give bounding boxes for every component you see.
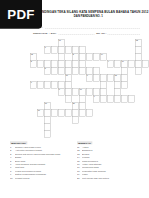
crossword-cell: 7 <box>30 81 37 88</box>
empty-cell <box>72 130 79 137</box>
empty-cell <box>86 60 93 67</box>
empty-cell <box>58 95 65 102</box>
empty-cell <box>30 74 37 81</box>
crossword-cell: 15 <box>114 74 121 81</box>
crossword-cell <box>58 67 65 74</box>
crossword-cell <box>44 109 51 116</box>
empty-cell <box>65 102 72 109</box>
empty-cell <box>128 46 135 53</box>
empty-cell <box>107 67 114 74</box>
crossword-cell: 18 <box>44 102 51 109</box>
empty-cell <box>37 74 44 81</box>
clue-number: 15 <box>115 75 117 77</box>
empty-cell <box>128 74 135 81</box>
empty-cell <box>128 109 135 116</box>
empty-cell <box>128 39 135 46</box>
empty-cell <box>100 123 107 130</box>
crossword-cell: 20 <box>72 102 79 109</box>
empty-cell <box>100 46 107 53</box>
crossword-cell: 12 <box>135 39 142 46</box>
crossword-cell <box>107 95 114 102</box>
crossword-cell <box>142 60 149 67</box>
crossword-cell <box>135 67 142 74</box>
empty-cell <box>93 60 100 67</box>
empty-cell <box>30 39 37 46</box>
empty-cell <box>128 123 135 130</box>
empty-cell <box>65 123 72 130</box>
empty-cell <box>86 95 93 102</box>
empty-cell <box>121 39 128 46</box>
pdf-badge-icon: PDF <box>0 0 42 29</box>
empty-cell <box>58 123 65 130</box>
name-row: NAMA : <box>33 25 142 28</box>
empty-cell <box>72 123 79 130</box>
crossword-cell: 10 <box>37 109 44 116</box>
clue-number: 1 <box>45 47 46 49</box>
empty-cell <box>100 116 107 123</box>
crossword-cell <box>58 53 65 60</box>
empty-cell <box>30 95 37 102</box>
crossword-cell: 16 <box>65 74 72 81</box>
down-heading: MENEGAK <box>77 141 92 144</box>
empty-cell <box>128 130 135 137</box>
empty-cell <box>114 53 121 60</box>
empty-cell <box>37 46 44 53</box>
empty-cell <box>135 74 142 81</box>
empty-cell <box>30 123 37 130</box>
crossword-cell <box>79 53 86 60</box>
clue-item-text: Unit ukuran bagi kain sutera <box>82 176 145 179</box>
class-label: TINGKATAN <box>33 31 47 34</box>
empty-cell <box>142 130 149 137</box>
crossword-cell <box>93 74 100 81</box>
empty-cell <box>86 46 93 53</box>
crossword-cell <box>72 109 79 116</box>
empty-cell <box>79 123 86 130</box>
page-subtitle: DAN PANDUAN NO. 1 <box>32 14 145 17</box>
pdf-badge-label: PDF <box>7 7 35 22</box>
empty-cell <box>121 102 128 109</box>
empty-cell <box>37 88 44 95</box>
empty-cell <box>107 81 114 88</box>
crossword-cell: 5 <box>44 67 51 74</box>
clue-number: 8 <box>59 89 60 91</box>
empty-cell <box>65 130 72 137</box>
empty-cell <box>107 130 114 137</box>
ic-label: NO. KP : <box>96 31 106 34</box>
crossword-cell <box>44 81 51 88</box>
empty-cell <box>121 116 128 123</box>
empty-cell <box>142 67 149 74</box>
empty-cell <box>142 53 149 60</box>
empty-cell <box>30 130 37 137</box>
crossword-cell <box>51 81 58 88</box>
empty-cell <box>86 102 93 109</box>
clue-number: 14 <box>101 54 103 56</box>
crossword-cell <box>93 88 100 95</box>
empty-cell <box>93 46 100 53</box>
empty-cell <box>65 39 72 46</box>
empty-cell <box>100 60 107 67</box>
empty-cell <box>30 109 37 116</box>
crossword-cell <box>79 109 86 116</box>
across-clues: MELINTANG 1.Nombor yang sudah cukup2.Ala… <box>10 141 74 179</box>
empty-cell <box>44 39 51 46</box>
empty-cell <box>128 88 135 95</box>
crossword-cell <box>93 67 100 74</box>
crossword-cell <box>72 67 79 74</box>
empty-cell <box>58 74 65 81</box>
empty-cell <box>114 39 121 46</box>
empty-cell <box>100 39 107 46</box>
crossword-cell <box>51 67 58 74</box>
crossword-cell <box>114 95 121 102</box>
empty-cell <box>86 39 93 46</box>
empty-cell <box>79 81 86 88</box>
crossword-cell <box>135 46 142 53</box>
crossword-cell: 4 <box>107 60 114 67</box>
empty-cell <box>135 102 142 109</box>
clue-number: 10 <box>38 110 40 112</box>
empty-cell <box>79 39 86 46</box>
crossword-cell <box>79 46 86 53</box>
empty-cell <box>51 53 58 60</box>
empty-cell <box>72 74 79 81</box>
crossword-cell <box>121 95 128 102</box>
empty-cell <box>30 116 37 123</box>
empty-cell <box>86 81 93 88</box>
crossword-cell <box>121 74 128 81</box>
empty-cell <box>37 67 44 74</box>
crossword-grid: 1112113214341951661578179182010 <box>30 39 149 137</box>
empty-cell <box>51 116 58 123</box>
empty-cell <box>135 88 142 95</box>
crossword-cell <box>44 130 51 137</box>
clue-number: 2 <box>73 54 74 56</box>
crossword-cell <box>51 60 58 67</box>
crossword-cell <box>79 67 86 74</box>
crossword-cell <box>79 60 86 67</box>
crossword-cell <box>58 81 65 88</box>
clue-number: 19 <box>122 61 124 63</box>
empty-cell <box>107 88 114 95</box>
empty-cell <box>128 102 135 109</box>
empty-cell <box>51 95 58 102</box>
empty-cell <box>142 81 149 88</box>
crossword-cell: 6 <box>86 74 93 81</box>
crossword-cell <box>72 88 79 95</box>
empty-cell <box>79 74 86 81</box>
empty-cell <box>37 116 44 123</box>
crossword-cell <box>114 88 121 95</box>
empty-cell <box>37 95 44 102</box>
empty-cell <box>37 102 44 109</box>
crossword-cell: 14 <box>100 53 107 60</box>
crossword-cell: 11 <box>58 39 65 46</box>
empty-cell <box>142 102 149 109</box>
crossword-cell <box>114 81 121 88</box>
empty-cell <box>128 116 135 123</box>
empty-cell <box>51 88 58 95</box>
crossword-cell <box>65 81 72 88</box>
down-clues: MENEGAK 11.Antara12.Bandaraya13.Belanja1… <box>77 141 145 179</box>
empty-cell <box>86 116 93 123</box>
empty-cell <box>30 67 37 74</box>
across-list: 1.Nombor yang sudah cukup2.Alat untuk me… <box>10 146 74 180</box>
empty-cell <box>107 53 114 60</box>
empty-cell <box>135 130 142 137</box>
empty-cell <box>121 46 128 53</box>
empty-cell <box>93 39 100 46</box>
clue-item-text: Pengait cedera <box>15 176 74 179</box>
empty-cell <box>142 74 149 81</box>
crossword-cell <box>86 109 93 116</box>
empty-cell <box>58 102 65 109</box>
empty-cell <box>37 39 44 46</box>
crossword-cell <box>86 53 93 60</box>
empty-cell <box>93 123 100 130</box>
empty-cell <box>30 102 37 109</box>
empty-cell <box>107 109 114 116</box>
down-list: 11.Antara12.Bandaraya13.Belanja14.Lumrah… <box>77 146 145 180</box>
crossword-cell <box>58 46 65 53</box>
crossword-cell <box>44 116 51 123</box>
crossword-cell <box>121 81 128 88</box>
crossword-cell <box>51 46 58 53</box>
crossword-cell <box>65 88 72 95</box>
crossword-cell <box>65 95 72 102</box>
empty-cell <box>65 116 72 123</box>
empty-cell <box>114 67 121 74</box>
empty-cell <box>135 123 142 130</box>
empty-cell <box>58 116 65 123</box>
crossword-cell <box>79 95 86 102</box>
clue-number: 16 <box>66 75 68 77</box>
empty-cell <box>107 102 114 109</box>
empty-cell <box>121 123 128 130</box>
crossword-cell <box>72 60 79 67</box>
empty-cell <box>135 95 142 102</box>
empty-cell <box>86 123 93 130</box>
crossword-cell <box>86 67 93 74</box>
crossword-cell: 13 <box>30 53 37 60</box>
empty-cell <box>121 88 128 95</box>
crossword-cell <box>79 102 86 109</box>
empty-cell <box>72 39 79 46</box>
crossword-cell <box>65 109 72 116</box>
empty-cell <box>58 130 65 137</box>
empty-cell <box>142 46 149 53</box>
crossword-cell <box>51 109 58 116</box>
empty-cell <box>44 88 51 95</box>
empty-cell <box>107 116 114 123</box>
empty-cell <box>128 53 135 60</box>
crossword-cell <box>114 60 121 67</box>
empty-cell <box>121 53 128 60</box>
empty-cell <box>51 123 58 130</box>
crossword-cell <box>107 74 114 81</box>
empty-cell <box>37 123 44 130</box>
crossword-cell <box>72 46 79 53</box>
clue-number: 9 <box>94 96 95 98</box>
empty-cell <box>142 116 149 123</box>
empty-cell <box>142 88 149 95</box>
class-value: DUA <box>51 31 56 34</box>
empty-cell <box>93 116 100 123</box>
clue-number: 4 <box>108 61 109 63</box>
empty-cell <box>44 95 51 102</box>
page-title: PERTANDINGAN TEKA SILANG KATA SEMPENA BU… <box>32 10 145 13</box>
empty-cell <box>142 95 149 102</box>
empty-cell <box>44 74 51 81</box>
crossword-cell <box>37 60 44 67</box>
crossword-cell <box>93 53 100 60</box>
clue-number: 13 <box>31 54 33 56</box>
crossword-cell <box>44 60 51 67</box>
crossword-cell <box>58 109 65 116</box>
crossword-cell <box>128 60 135 67</box>
worksheet-header: PERTANDINGAN TEKA SILANG KATA SEMPENA BU… <box>32 10 145 18</box>
class-field-line <box>58 31 95 34</box>
empty-cell <box>30 46 37 53</box>
empty-cell <box>93 109 100 116</box>
empty-cell <box>93 102 100 109</box>
empty-cell <box>72 81 79 88</box>
empty-cell <box>128 67 135 74</box>
empty-cell <box>79 130 86 137</box>
crossword-cell <box>58 60 65 67</box>
empty-cell <box>37 53 44 60</box>
crossword-cell <box>128 95 135 102</box>
clue-number: 20 <box>73 103 75 105</box>
empty-cell <box>107 46 114 53</box>
empty-cell <box>121 109 128 116</box>
empty-cell <box>44 53 51 60</box>
empty-cell <box>100 130 107 137</box>
empty-cell <box>107 39 114 46</box>
ic-field-line <box>108 31 140 34</box>
crossword-cell <box>72 116 79 123</box>
class-colon: : <box>49 31 50 34</box>
crossword-cell: 2 <box>72 53 79 60</box>
clue-number: 6 <box>87 75 88 77</box>
clue-number: 18 <box>45 103 47 105</box>
crossword-cell <box>86 88 93 95</box>
crossword-cell: 17 <box>79 88 86 95</box>
crossword-cell: 1 <box>44 46 51 53</box>
crossword-cell <box>100 81 107 88</box>
empty-cell <box>135 81 142 88</box>
empty-cell <box>79 116 86 123</box>
clue-number: 12 <box>136 40 138 42</box>
crossword-cell <box>135 60 142 67</box>
empty-cell <box>142 109 149 116</box>
clue-number: 7 <box>31 82 32 84</box>
name-field-line <box>44 25 140 28</box>
empty-cell <box>121 130 128 137</box>
crossword-cell <box>65 46 72 53</box>
empty-cell <box>142 123 149 130</box>
empty-cell <box>114 46 121 53</box>
empty-cell <box>114 102 121 109</box>
empty-cell <box>142 39 149 46</box>
clue-number: 11 <box>59 40 61 42</box>
empty-cell <box>93 81 100 88</box>
empty-cell <box>65 53 72 60</box>
empty-cell <box>100 109 107 116</box>
crossword-cell: 9 <box>93 95 100 102</box>
empty-cell <box>100 67 107 74</box>
empty-cell <box>114 109 121 116</box>
crossword-cell: 19 <box>121 60 128 67</box>
crossword-cell: 8 <box>58 88 65 95</box>
crossword-cell <box>100 88 107 95</box>
empty-cell <box>51 74 58 81</box>
empty-cell <box>114 116 121 123</box>
clue-number: 17 <box>80 89 82 91</box>
clue-item: 20.Unit ukuran bagi kain sutera <box>77 176 145 179</box>
clue-number: 5 <box>45 68 46 70</box>
clue-item: 10.Pengait cedera <box>10 176 74 179</box>
crossword-cell <box>65 67 72 74</box>
crossword-cell <box>100 95 107 102</box>
crossword-cell <box>44 123 51 130</box>
empty-cell <box>51 102 58 109</box>
empty-cell <box>128 81 135 88</box>
clue-number: 3 <box>31 61 32 63</box>
crossword-cell <box>65 60 72 67</box>
empty-cell <box>100 102 107 109</box>
empty-cell <box>135 116 142 123</box>
empty-cell <box>135 109 142 116</box>
empty-cell <box>37 130 44 137</box>
crossword-cell <box>135 53 142 60</box>
empty-cell <box>86 130 93 137</box>
across-heading: MELINTANG <box>10 141 27 144</box>
empty-cell <box>114 130 121 137</box>
empty-cell <box>51 130 58 137</box>
empty-cell <box>72 95 79 102</box>
document-thumbnail[interactable]: PDF PERTANDINGAN TEKA SILANG KATA SEMPEN… <box>0 0 149 198</box>
empty-cell <box>51 39 58 46</box>
empty-cell <box>30 88 37 95</box>
crossword-cell <box>100 74 107 81</box>
empty-cell <box>114 123 121 130</box>
crossword-cell <box>121 67 128 74</box>
class-row: TINGKATAN : DUA NO. KP : <box>33 31 142 34</box>
empty-cell <box>107 123 114 130</box>
crossword-cell: 3 <box>30 60 37 67</box>
crossword-cell <box>37 81 44 88</box>
empty-cell <box>93 130 100 137</box>
